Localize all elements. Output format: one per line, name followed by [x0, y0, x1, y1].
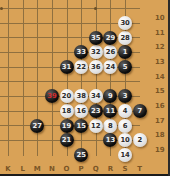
col-label-O: O — [62, 165, 72, 173]
col-label-M: M — [32, 165, 42, 173]
move-number: 2 — [137, 133, 142, 147]
col-label-P: P — [76, 165, 86, 173]
move-number: 19 — [62, 119, 71, 133]
move-number: 14 — [120, 148, 129, 162]
col-label-S: S — [120, 165, 130, 173]
stone-white-28[interactable]: 28 — [118, 31, 132, 45]
move-number: 28 — [120, 31, 129, 45]
stone-black-15[interactable]: 15 — [74, 119, 88, 133]
stone-black-27[interactable]: 27 — [30, 119, 44, 133]
col-label-Q: Q — [91, 165, 101, 173]
move-number: 22 — [76, 60, 85, 74]
stone-white-20[interactable]: 20 — [60, 89, 74, 103]
stone-black-31[interactable]: 31 — [60, 60, 74, 74]
go-board[interactable]: 1234567891011121314151618192021222324252… — [0, 0, 170, 176]
move-number: 21 — [62, 133, 71, 147]
col-label-K: K — [3, 165, 13, 173]
move-number: 5 — [123, 60, 128, 74]
stone-black-19[interactable]: 19 — [60, 119, 74, 133]
col-label-N: N — [47, 165, 57, 173]
move-number: 3 — [123, 89, 128, 103]
move-number: 1 — [123, 45, 128, 59]
move-number: 7 — [137, 104, 142, 118]
move-number: 6 — [123, 119, 128, 133]
move-number: 18 — [62, 104, 71, 118]
row-label-10: 10 — [155, 14, 169, 22]
stone-white-6[interactable]: 6 — [118, 119, 132, 133]
col-label-T: T — [135, 165, 145, 173]
row-label-15: 15 — [155, 87, 169, 95]
row-label-12: 12 — [155, 43, 169, 51]
stone-black-35[interactable]: 35 — [89, 31, 103, 45]
row-label-19: 19 — [155, 146, 169, 154]
move-number: 11 — [106, 104, 115, 118]
move-number: 26 — [106, 45, 115, 59]
move-number: 24 — [106, 60, 115, 74]
stone-white-30[interactable]: 30 — [118, 16, 132, 30]
stone-black-5[interactable]: 5 — [118, 60, 132, 74]
move-number: 38 — [76, 89, 85, 103]
col-label-L: L — [18, 165, 28, 173]
move-number: 15 — [76, 119, 85, 133]
stone-black-25[interactable]: 25 — [74, 148, 88, 162]
row-label-18: 18 — [155, 131, 169, 139]
stone-black-23[interactable]: 23 — [89, 104, 103, 118]
move-number: 27 — [33, 119, 42, 133]
move-number: 33 — [76, 45, 85, 59]
move-number: 13 — [106, 133, 115, 147]
move-number: 39 — [47, 89, 56, 103]
move-number: 9 — [108, 89, 113, 103]
move-number: 4 — [123, 104, 128, 118]
col-label-R: R — [105, 165, 115, 173]
move-number: 10 — [120, 133, 129, 147]
stone-white-14[interactable]: 14 — [118, 148, 132, 162]
move-number: 31 — [62, 60, 71, 74]
move-number: 12 — [91, 119, 100, 133]
stone-white-12[interactable]: 12 — [89, 119, 103, 133]
move-number: 20 — [62, 89, 71, 103]
move-number: 32 — [91, 45, 100, 59]
stone-black-21[interactable]: 21 — [60, 133, 74, 147]
move-number: 35 — [91, 31, 100, 45]
row-label-13: 13 — [155, 58, 169, 66]
stone-black-7[interactable]: 7 — [133, 104, 147, 118]
row-label-11: 11 — [155, 29, 169, 37]
move-number: 23 — [91, 104, 100, 118]
move-number: 36 — [91, 60, 100, 74]
star-point — [0, 7, 3, 10]
move-number: 8 — [108, 119, 113, 133]
row-label-17: 17 — [155, 117, 169, 125]
row-label-16: 16 — [155, 102, 169, 110]
move-number: 34 — [91, 89, 100, 103]
stone-white-18[interactable]: 18 — [60, 104, 74, 118]
window-edge-right — [168, 0, 170, 176]
move-number: 16 — [76, 104, 85, 118]
move-number: 25 — [76, 148, 85, 162]
row-label-14: 14 — [155, 73, 169, 81]
stone-white-36[interactable]: 36 — [89, 60, 103, 74]
move-number: 29 — [106, 31, 115, 45]
move-number: 30 — [120, 16, 129, 30]
window-edge-bottom — [0, 174, 170, 177]
stone-white-2[interactable]: 2 — [133, 133, 147, 147]
